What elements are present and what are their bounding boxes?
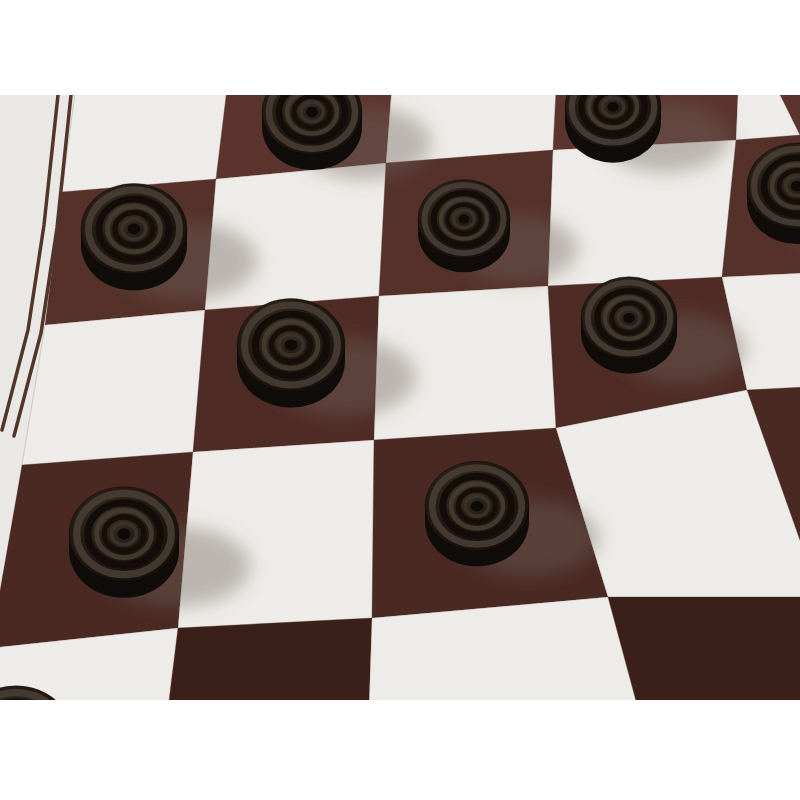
piece-ring-3 — [0, 717, 36, 752]
piece-shadow — [0, 726, 144, 800]
piece-center-dot — [471, 501, 483, 512]
piece-center-dot — [607, 102, 619, 112]
piece-ring-0 — [0, 693, 64, 776]
piece-side — [0, 703, 72, 799]
piece-top-face — [0, 686, 72, 782]
piece-ring-1 — [0, 702, 53, 766]
piece-center-dot — [306, 107, 318, 117]
piece-ring-4 — [3, 723, 28, 745]
board-photo — [0, 0, 800, 800]
checker-piece-p1 — [262, 69, 432, 180]
checker-piece-p10 — [0, 686, 144, 800]
piece-side-wall — [0, 734, 72, 751]
piece-ring-2 — [0, 710, 44, 758]
board-square-light-c4r0 — [736, 44, 800, 140]
piece-center-dot — [117, 528, 130, 539]
board-square-dark-c1r4 — [150, 618, 372, 800]
piece-center-dot — [9, 728, 22, 740]
piece-center-dot — [285, 339, 298, 350]
piece-center-dot — [458, 214, 469, 223]
page-background — [0, 0, 800, 800]
piece-center-dot — [128, 224, 141, 235]
board-square-dark-c3r4 — [608, 597, 800, 790]
board-square-light-c0r2 — [22, 310, 205, 465]
board-square-light-c0r0 — [62, 64, 230, 192]
piece-center-dot — [623, 313, 635, 323]
board-square-light-c0r4 — [0, 628, 178, 800]
photo-group — [0, 40, 800, 800]
checkers-board-svg — [0, 0, 800, 800]
checker-piece-p2 — [565, 66, 730, 173]
